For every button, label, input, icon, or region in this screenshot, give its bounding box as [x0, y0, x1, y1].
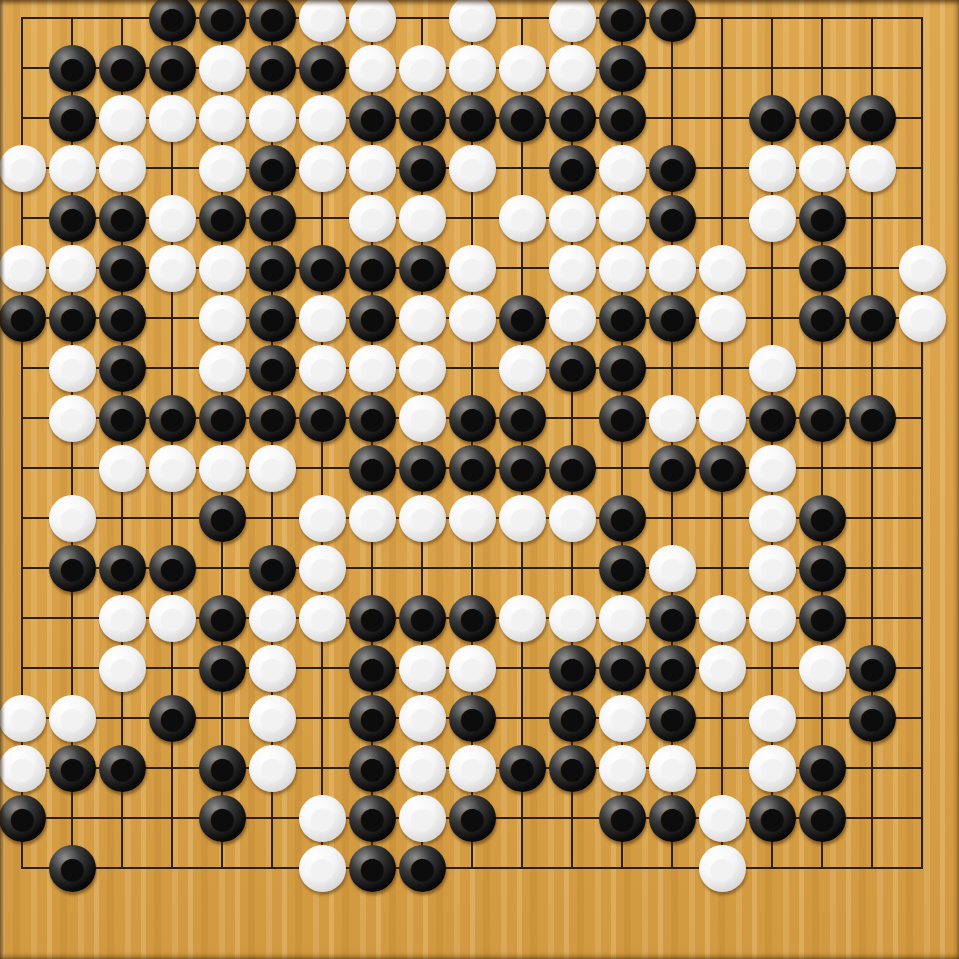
black-stone-glyph: ●	[159, 553, 185, 583]
white-stone-glyph: ●	[309, 153, 335, 183]
black-stone-glyph: ●	[659, 803, 685, 833]
stone-black: ●	[499, 95, 546, 142]
white-stone-glyph: ●	[609, 753, 635, 783]
black-stone-glyph: ●	[559, 153, 585, 183]
black-stone-glyph: ●	[659, 653, 685, 683]
stone-black: ●	[449, 595, 496, 642]
stone-white: ●	[499, 595, 546, 642]
stone-white: ●	[799, 645, 846, 692]
black-stone-glyph: ●	[59, 553, 85, 583]
stone-black: ●	[349, 395, 396, 442]
black-stone-glyph: ●	[309, 403, 335, 433]
white-stone-glyph: ●	[559, 53, 585, 83]
stone-black: ●	[349, 595, 396, 642]
black-stone-glyph: ●	[309, 253, 335, 283]
stone-white: ●	[349, 0, 396, 42]
black-stone-glyph: ●	[509, 453, 535, 483]
black-stone-glyph: ●	[659, 153, 685, 183]
stone-black: ●	[549, 145, 596, 192]
white-stone-glyph: ●	[259, 703, 285, 733]
black-stone-glyph: ●	[459, 103, 485, 133]
white-stone-glyph: ●	[759, 503, 785, 533]
stone-white: ●	[0, 145, 46, 192]
white-stone-glyph: ●	[309, 103, 335, 133]
white-stone-glyph: ●	[909, 303, 935, 333]
stone-black: ●	[599, 295, 646, 342]
white-stone-glyph: ●	[309, 553, 335, 583]
stone-black: ●	[649, 595, 696, 642]
black-stone-glyph: ●	[209, 3, 235, 33]
stone-black: ●	[349, 845, 396, 892]
black-stone-glyph: ●	[859, 103, 885, 133]
stone-white: ●	[749, 345, 796, 392]
stone-white: ●	[749, 495, 796, 542]
stone-black: ●	[299, 395, 346, 442]
white-stone-glyph: ●	[509, 53, 535, 83]
white-stone-glyph: ●	[609, 203, 635, 233]
black-stone-glyph: ●	[359, 253, 385, 283]
white-stone-glyph: ●	[459, 153, 485, 183]
stone-black: ●	[249, 545, 296, 592]
stone-black: ●	[849, 395, 896, 442]
white-stone-glyph: ●	[259, 103, 285, 133]
stone-white: ●	[349, 195, 396, 242]
white-stone-glyph: ●	[159, 253, 185, 283]
stone-white: ●	[749, 745, 796, 792]
stone-black: ●	[499, 295, 546, 342]
black-stone-glyph: ●	[109, 753, 135, 783]
white-stone-glyph: ●	[209, 53, 235, 83]
stone-black: ●	[649, 695, 696, 742]
black-stone-glyph: ●	[859, 303, 885, 333]
white-stone-glyph: ●	[659, 553, 685, 583]
stone-white: ●	[149, 195, 196, 242]
black-stone-glyph: ●	[659, 3, 685, 33]
stone-white: ●	[699, 295, 746, 342]
stone-white: ●	[549, 45, 596, 92]
stone-black: ●	[349, 745, 396, 792]
stone-black: ●	[249, 245, 296, 292]
black-stone-glyph: ●	[209, 653, 235, 683]
stone-black: ●	[99, 545, 146, 592]
black-stone-glyph: ●	[209, 603, 235, 633]
white-stone-glyph: ●	[409, 503, 435, 533]
stone-black: ●	[649, 645, 696, 692]
black-stone-glyph: ●	[409, 253, 435, 283]
white-stone-glyph: ●	[59, 253, 85, 283]
white-stone-glyph: ●	[209, 353, 235, 383]
black-stone-glyph: ●	[459, 403, 485, 433]
white-stone-glyph: ●	[209, 303, 235, 333]
stone-white: ●	[399, 45, 446, 92]
stone-white: ●	[549, 595, 596, 642]
stone-black: ●	[49, 545, 96, 592]
white-stone-glyph: ●	[709, 253, 735, 283]
black-stone-glyph: ●	[309, 53, 335, 83]
stone-white: ●	[449, 295, 496, 342]
stone-black: ●	[249, 345, 296, 392]
white-stone-glyph: ●	[709, 403, 735, 433]
stone-black: ●	[599, 645, 646, 692]
stone-black: ●	[249, 295, 296, 342]
white-stone-glyph: ●	[409, 753, 435, 783]
stone-white: ●	[599, 695, 646, 742]
white-stone-glyph: ●	[559, 303, 585, 333]
black-stone-glyph: ●	[9, 803, 35, 833]
white-stone-glyph: ●	[259, 753, 285, 783]
black-stone-glyph: ●	[809, 403, 835, 433]
white-stone-glyph: ●	[909, 253, 935, 283]
black-stone-glyph: ●	[759, 803, 785, 833]
stone-black: ●	[99, 745, 146, 792]
white-stone-glyph: ●	[309, 803, 335, 833]
black-stone-glyph: ●	[809, 553, 835, 583]
stone-black: ●	[649, 295, 696, 342]
black-stone-glyph: ●	[609, 653, 635, 683]
white-stone-glyph: ●	[759, 453, 785, 483]
stone-white: ●	[99, 595, 146, 642]
stone-white: ●	[399, 645, 446, 692]
stone-black: ●	[149, 695, 196, 742]
stone-black: ●	[799, 195, 846, 242]
stone-white: ●	[399, 395, 446, 442]
black-stone-glyph: ●	[509, 103, 535, 133]
white-stone-glyph: ●	[259, 453, 285, 483]
black-stone-glyph: ●	[109, 203, 135, 233]
stone-white: ●	[649, 395, 696, 442]
white-stone-glyph: ●	[359, 353, 385, 383]
stone-black: ●	[149, 0, 196, 42]
black-stone-glyph: ●	[59, 753, 85, 783]
stone-white: ●	[299, 295, 346, 342]
white-stone-glyph: ●	[709, 803, 735, 833]
white-stone-glyph: ●	[609, 253, 635, 283]
stone-white: ●	[299, 95, 346, 142]
white-stone-glyph: ●	[509, 353, 535, 383]
black-stone-glyph: ●	[59, 853, 85, 883]
stone-black: ●	[599, 495, 646, 542]
stone-black: ●	[799, 495, 846, 542]
stone-black: ●	[449, 695, 496, 742]
white-stone-glyph: ●	[459, 253, 485, 283]
white-stone-glyph: ●	[409, 203, 435, 233]
white-stone-glyph: ●	[159, 203, 185, 233]
stone-white: ●	[199, 95, 246, 142]
stone-white: ●	[299, 0, 346, 42]
black-stone-glyph: ●	[459, 603, 485, 633]
stone-black: ●	[299, 45, 346, 92]
black-stone-glyph: ●	[559, 753, 585, 783]
stone-white: ●	[49, 495, 96, 542]
white-stone-glyph: ●	[759, 153, 785, 183]
black-stone-glyph: ●	[759, 103, 785, 133]
white-stone-glyph: ●	[609, 603, 635, 633]
white-stone-glyph: ●	[409, 703, 435, 733]
stone-white: ●	[349, 145, 396, 192]
stone-white: ●	[249, 645, 296, 692]
stone-white: ●	[149, 245, 196, 292]
stone-black: ●	[799, 295, 846, 342]
stone-black: ●	[249, 0, 296, 42]
stone-black: ●	[449, 395, 496, 442]
stone-white: ●	[449, 45, 496, 92]
stone-white: ●	[399, 795, 446, 842]
white-stone-glyph: ●	[309, 853, 335, 883]
white-stone-glyph: ●	[459, 53, 485, 83]
black-stone-glyph: ●	[359, 453, 385, 483]
stone-white: ●	[0, 245, 46, 292]
stone-white: ●	[49, 345, 96, 392]
black-stone-glyph: ●	[159, 53, 185, 83]
stone-white: ●	[749, 195, 796, 242]
stone-black: ●	[349, 645, 396, 692]
stone-black: ●	[249, 45, 296, 92]
stone-white: ●	[299, 495, 346, 542]
white-stone-glyph: ●	[159, 603, 185, 633]
stone-white: ●	[749, 695, 796, 742]
stone-black: ●	[549, 345, 596, 392]
stone-black: ●	[449, 95, 496, 142]
stone-white: ●	[299, 595, 346, 642]
black-stone-glyph: ●	[609, 553, 635, 583]
stone-white: ●	[399, 295, 446, 342]
white-stone-glyph: ●	[809, 653, 835, 683]
white-stone-glyph: ●	[9, 153, 35, 183]
stone-black: ●	[349, 795, 396, 842]
white-stone-glyph: ●	[559, 503, 585, 533]
white-stone-glyph: ●	[309, 503, 335, 533]
stone-white: ●	[399, 695, 446, 742]
black-stone-glyph: ●	[559, 703, 585, 733]
white-stone-glyph: ●	[59, 703, 85, 733]
white-stone-glyph: ●	[59, 503, 85, 533]
black-stone-glyph: ●	[559, 353, 585, 383]
stone-black: ●	[99, 245, 146, 292]
black-stone-glyph: ●	[259, 203, 285, 233]
stone-white: ●	[449, 645, 496, 692]
black-stone-glyph: ●	[859, 703, 885, 733]
white-stone-glyph: ●	[409, 653, 435, 683]
stone-white: ●	[149, 595, 196, 642]
stone-white: ●	[399, 495, 446, 542]
stone-black: ●	[49, 845, 96, 892]
black-stone-glyph: ●	[609, 353, 635, 383]
stone-black: ●	[649, 445, 696, 492]
white-stone-glyph: ●	[309, 3, 335, 33]
white-stone-glyph: ●	[359, 503, 385, 533]
black-stone-glyph: ●	[609, 103, 635, 133]
black-stone-glyph: ●	[209, 803, 235, 833]
black-stone-glyph: ●	[109, 253, 135, 283]
black-stone-glyph: ●	[209, 403, 235, 433]
black-stone-glyph: ●	[559, 453, 585, 483]
white-stone-glyph: ●	[109, 653, 135, 683]
stone-white: ●	[399, 195, 446, 242]
stone-black: ●	[749, 95, 796, 142]
stone-black: ●	[99, 345, 146, 392]
stone-white: ●	[449, 495, 496, 542]
stone-black: ●	[49, 95, 96, 142]
stone-black: ●	[199, 595, 246, 642]
black-stone-glyph: ●	[809, 103, 835, 133]
stone-black: ●	[799, 95, 846, 142]
stone-black: ●	[349, 445, 396, 492]
stone-black: ●	[199, 395, 246, 442]
white-stone-glyph: ●	[759, 203, 785, 233]
white-stone-glyph: ●	[759, 353, 785, 383]
stone-white: ●	[199, 445, 246, 492]
white-stone-glyph: ●	[409, 53, 435, 83]
stone-black: ●	[649, 0, 696, 42]
black-stone-glyph: ●	[59, 53, 85, 83]
white-stone-glyph: ●	[159, 453, 185, 483]
black-stone-glyph: ●	[409, 603, 435, 633]
stone-white: ●	[49, 695, 96, 742]
stone-black: ●	[649, 795, 696, 842]
black-stone-glyph: ●	[559, 653, 585, 683]
stone-black: ●	[549, 695, 596, 742]
stone-white: ●	[499, 345, 546, 392]
black-stone-glyph: ●	[159, 403, 185, 433]
black-stone-glyph: ●	[509, 753, 535, 783]
white-stone-glyph: ●	[109, 453, 135, 483]
stone-white: ●	[349, 495, 396, 542]
stone-black: ●	[799, 245, 846, 292]
stone-white: ●	[699, 245, 746, 292]
stone-white: ●	[649, 545, 696, 592]
white-stone-glyph: ●	[709, 853, 735, 883]
stone-white: ●	[699, 795, 746, 842]
stone-white: ●	[0, 695, 46, 742]
stone-white: ●	[749, 145, 796, 192]
white-stone-glyph: ●	[509, 603, 535, 633]
stone-black: ●	[599, 795, 646, 842]
stone-white: ●	[249, 745, 296, 792]
stone-white: ●	[199, 45, 246, 92]
stone-black: ●	[399, 595, 446, 642]
black-stone-glyph: ●	[359, 803, 385, 833]
stone-white: ●	[49, 145, 96, 192]
stone-white: ●	[549, 495, 596, 542]
stone-black: ●	[849, 695, 896, 742]
black-stone-glyph: ●	[259, 253, 285, 283]
stone-black: ●	[199, 795, 246, 842]
stone-white: ●	[99, 95, 146, 142]
black-stone-glyph: ●	[259, 153, 285, 183]
black-stone-glyph: ●	[109, 303, 135, 333]
black-stone-glyph: ●	[409, 153, 435, 183]
stone-black: ●	[349, 95, 396, 142]
black-stone-glyph: ●	[609, 803, 635, 833]
go-board[interactable]: ●●●●●●●●●●●●●●●●●●●●●●●●●●●●●●●●●●●●●●●●…	[0, 0, 959, 959]
stone-white: ●	[99, 645, 146, 692]
stone-white: ●	[799, 145, 846, 192]
stone-white: ●	[599, 145, 646, 192]
black-stone-glyph: ●	[359, 403, 385, 433]
black-stone-glyph: ●	[809, 803, 835, 833]
black-stone-glyph: ●	[109, 553, 135, 583]
white-stone-glyph: ●	[409, 303, 435, 333]
black-stone-glyph: ●	[809, 503, 835, 533]
stones-layer: ●●●●●●●●●●●●●●●●●●●●●●●●●●●●●●●●●●●●●●●●…	[0, 0, 959, 959]
black-stone-glyph: ●	[459, 453, 485, 483]
white-stone-glyph: ●	[759, 703, 785, 733]
stone-white: ●	[299, 845, 346, 892]
stone-white: ●	[599, 595, 646, 642]
stone-black: ●	[799, 595, 846, 642]
black-stone-glyph: ●	[809, 203, 835, 233]
stone-white: ●	[299, 795, 346, 842]
stone-white: ●	[549, 295, 596, 342]
black-stone-glyph: ●	[559, 103, 585, 133]
black-stone-glyph: ●	[609, 403, 635, 433]
black-stone-glyph: ●	[359, 603, 385, 633]
white-stone-glyph: ●	[459, 303, 485, 333]
black-stone-glyph: ●	[9, 303, 35, 333]
stone-white: ●	[749, 445, 796, 492]
stone-black: ●	[99, 395, 146, 442]
stone-white: ●	[449, 145, 496, 192]
white-stone-glyph: ●	[509, 203, 535, 233]
white-stone-glyph: ●	[209, 103, 235, 133]
stone-white: ●	[849, 145, 896, 192]
white-stone-glyph: ●	[109, 103, 135, 133]
stone-black: ●	[799, 395, 846, 442]
stone-black: ●	[799, 545, 846, 592]
stone-black: ●	[149, 545, 196, 592]
black-stone-glyph: ●	[659, 703, 685, 733]
stone-black: ●	[349, 695, 396, 742]
stone-black: ●	[549, 95, 596, 142]
stone-black: ●	[49, 45, 96, 92]
stone-black: ●	[449, 445, 496, 492]
black-stone-glyph: ●	[109, 403, 135, 433]
black-stone-glyph: ●	[159, 3, 185, 33]
black-stone-glyph: ●	[209, 203, 235, 233]
stone-white: ●	[699, 595, 746, 642]
stone-black: ●	[799, 795, 846, 842]
white-stone-glyph: ●	[559, 203, 585, 233]
white-stone-glyph: ●	[359, 53, 385, 83]
stone-black: ●	[599, 395, 646, 442]
stone-white: ●	[149, 95, 196, 142]
black-stone-glyph: ●	[609, 503, 635, 533]
white-stone-glyph: ●	[309, 303, 335, 333]
white-stone-glyph: ●	[409, 403, 435, 433]
stone-white: ●	[49, 245, 96, 292]
white-stone-glyph: ●	[659, 403, 685, 433]
white-stone-glyph: ●	[709, 603, 735, 633]
stone-black: ●	[499, 745, 546, 792]
black-stone-glyph: ●	[359, 853, 385, 883]
white-stone-glyph: ●	[109, 153, 135, 183]
stone-white: ●	[499, 195, 546, 242]
stone-white: ●	[549, 245, 596, 292]
stone-black: ●	[499, 395, 546, 442]
black-stone-glyph: ●	[609, 3, 635, 33]
stone-black: ●	[199, 0, 246, 42]
stone-white: ●	[249, 95, 296, 142]
black-stone-glyph: ●	[759, 403, 785, 433]
stone-white: ●	[299, 345, 346, 392]
stone-black: ●	[549, 745, 596, 792]
stone-white: ●	[49, 395, 96, 442]
stone-white: ●	[449, 245, 496, 292]
stone-black: ●	[599, 45, 646, 92]
white-stone-glyph: ●	[859, 153, 885, 183]
stone-white: ●	[749, 545, 796, 592]
black-stone-glyph: ●	[659, 303, 685, 333]
